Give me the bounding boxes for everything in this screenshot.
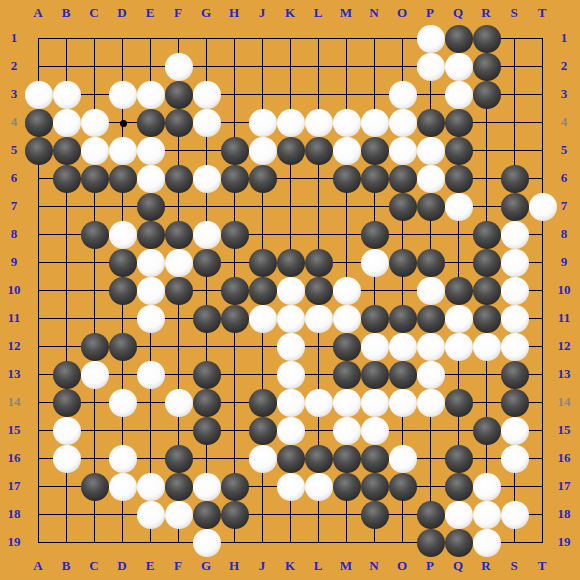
- column-label-bottom: G: [194, 558, 218, 574]
- row-label-left: 14: [2, 394, 26, 410]
- column-label-top: D: [110, 5, 134, 21]
- row-label-right: 5: [552, 142, 576, 158]
- column-label-bottom: D: [110, 558, 134, 574]
- stone-black[interactable]: [53, 361, 81, 389]
- stone-black[interactable]: [81, 333, 109, 361]
- row-label-right: 13: [552, 366, 576, 382]
- stone-black[interactable]: [277, 249, 305, 277]
- column-label-top: L: [306, 5, 330, 21]
- stone-black[interactable]: [221, 165, 249, 193]
- stone-white[interactable]: [501, 305, 529, 333]
- column-label-top: N: [362, 5, 386, 21]
- stone-black[interactable]: [277, 445, 305, 473]
- stone-white[interactable]: [361, 389, 389, 417]
- stone-white[interactable]: [277, 417, 305, 445]
- stone-black[interactable]: [221, 473, 249, 501]
- stone-black[interactable]: [249, 249, 277, 277]
- stone-black[interactable]: [445, 277, 473, 305]
- stone-white[interactable]: [53, 445, 81, 473]
- column-label-top: O: [390, 5, 414, 21]
- stone-white[interactable]: [445, 501, 473, 529]
- stone-black[interactable]: [361, 473, 389, 501]
- stone-white[interactable]: [277, 361, 305, 389]
- stone-white[interactable]: [445, 305, 473, 333]
- row-label-right: 2: [552, 58, 576, 74]
- column-label-top: T: [530, 5, 554, 21]
- stone-white[interactable]: [501, 501, 529, 529]
- stone-white[interactable]: [193, 221, 221, 249]
- column-label-bottom: C: [82, 558, 106, 574]
- row-label-right: 10: [552, 282, 576, 298]
- stone-black[interactable]: [137, 193, 165, 221]
- stone-black[interactable]: [417, 501, 445, 529]
- stone-white[interactable]: [193, 165, 221, 193]
- stone-black[interactable]: [249, 277, 277, 305]
- stone-white[interactable]: [305, 389, 333, 417]
- column-label-bottom: F: [166, 558, 190, 574]
- stone-white[interactable]: [501, 333, 529, 361]
- stone-black[interactable]: [389, 361, 417, 389]
- stone-black[interactable]: [473, 249, 501, 277]
- row-label-left: 9: [2, 254, 26, 270]
- stone-white[interactable]: [193, 81, 221, 109]
- stone-white[interactable]: [249, 137, 277, 165]
- stone-white[interactable]: [137, 501, 165, 529]
- stone-white[interactable]: [165, 249, 193, 277]
- stone-black[interactable]: [389, 165, 417, 193]
- stone-black[interactable]: [445, 529, 473, 557]
- stone-white[interactable]: [277, 277, 305, 305]
- stone-white[interactable]: [333, 305, 361, 333]
- stone-white[interactable]: [277, 305, 305, 333]
- row-label-left: 11: [2, 310, 26, 326]
- row-label-right: 17: [552, 478, 576, 494]
- row-label-right: 18: [552, 506, 576, 522]
- column-label-top: Q: [446, 5, 470, 21]
- row-label-left: 7: [2, 198, 26, 214]
- stone-black[interactable]: [165, 81, 193, 109]
- row-label-right: 11: [552, 310, 576, 326]
- column-label-bottom: A: [26, 558, 50, 574]
- stone-black[interactable]: [417, 305, 445, 333]
- stone-black[interactable]: [417, 529, 445, 557]
- stone-black[interactable]: [165, 165, 193, 193]
- stone-white[interactable]: [305, 473, 333, 501]
- row-label-right: 14: [552, 394, 576, 410]
- stone-black[interactable]: [249, 417, 277, 445]
- stone-black[interactable]: [417, 109, 445, 137]
- stone-white[interactable]: [137, 165, 165, 193]
- stone-black[interactable]: [445, 25, 473, 53]
- stone-white[interactable]: [193, 529, 221, 557]
- stone-black[interactable]: [193, 417, 221, 445]
- stone-white[interactable]: [249, 305, 277, 333]
- stone-black[interactable]: [305, 445, 333, 473]
- stone-white[interactable]: [249, 109, 277, 137]
- stone-black[interactable]: [445, 165, 473, 193]
- stone-black[interactable]: [109, 333, 137, 361]
- stone-black[interactable]: [361, 501, 389, 529]
- stone-white[interactable]: [417, 165, 445, 193]
- stone-black[interactable]: [137, 109, 165, 137]
- column-label-top: H: [222, 5, 246, 21]
- stone-black[interactable]: [221, 221, 249, 249]
- stone-black[interactable]: [165, 445, 193, 473]
- stone-black[interactable]: [193, 501, 221, 529]
- stone-black[interactable]: [81, 165, 109, 193]
- row-label-right: 6: [552, 170, 576, 186]
- stone-black[interactable]: [81, 473, 109, 501]
- stone-white[interactable]: [277, 473, 305, 501]
- stone-white[interactable]: [165, 389, 193, 417]
- stone-black[interactable]: [473, 53, 501, 81]
- stone-white[interactable]: [361, 333, 389, 361]
- column-label-top: B: [54, 5, 78, 21]
- stone-white[interactable]: [333, 277, 361, 305]
- stone-white[interactable]: [25, 81, 53, 109]
- row-label-left: 6: [2, 170, 26, 186]
- stone-white[interactable]: [417, 333, 445, 361]
- stone-white[interactable]: [81, 361, 109, 389]
- stone-white[interactable]: [473, 333, 501, 361]
- grid-vline: [542, 38, 543, 543]
- stone-black[interactable]: [165, 277, 193, 305]
- stone-black[interactable]: [165, 221, 193, 249]
- stone-black[interactable]: [445, 473, 473, 501]
- stone-black[interactable]: [305, 277, 333, 305]
- stone-black[interactable]: [473, 417, 501, 445]
- column-label-bottom: L: [306, 558, 330, 574]
- row-label-left: 1: [2, 30, 26, 46]
- column-label-top: J: [250, 5, 274, 21]
- stone-black[interactable]: [193, 305, 221, 333]
- stone-white[interactable]: [137, 249, 165, 277]
- stone-black[interactable]: [361, 165, 389, 193]
- stone-black[interactable]: [361, 305, 389, 333]
- stone-black[interactable]: [473, 277, 501, 305]
- stone-black[interactable]: [445, 109, 473, 137]
- stone-white[interactable]: [305, 305, 333, 333]
- stone-white[interactable]: [137, 473, 165, 501]
- row-label-left: 17: [2, 478, 26, 494]
- row-label-right: 9: [552, 254, 576, 270]
- stone-black[interactable]: [333, 473, 361, 501]
- stone-black[interactable]: [361, 137, 389, 165]
- row-label-left: 4: [2, 114, 26, 130]
- column-label-top: K: [278, 5, 302, 21]
- stone-white[interactable]: [445, 193, 473, 221]
- stone-black[interactable]: [361, 361, 389, 389]
- stone-white[interactable]: [501, 249, 529, 277]
- stone-black[interactable]: [501, 193, 529, 221]
- row-label-left: 2: [2, 58, 26, 74]
- stone-white[interactable]: [137, 305, 165, 333]
- stone-white[interactable]: [389, 333, 417, 361]
- stone-white[interactable]: [53, 109, 81, 137]
- stone-white[interactable]: [53, 81, 81, 109]
- stone-black[interactable]: [389, 193, 417, 221]
- stone-white[interactable]: [417, 277, 445, 305]
- hoshi-point: [120, 120, 127, 127]
- column-label-top: E: [138, 5, 162, 21]
- stone-black[interactable]: [25, 109, 53, 137]
- column-label-top: P: [418, 5, 442, 21]
- stone-white[interactable]: [501, 417, 529, 445]
- go-board: AABBCCDDEEFFGGHHJJKKLLMMNNOOPPQQRRSSTT11…: [0, 0, 580, 580]
- column-label-bottom: K: [278, 558, 302, 574]
- stone-black[interactable]: [305, 137, 333, 165]
- stone-black[interactable]: [193, 361, 221, 389]
- stone-white[interactable]: [361, 417, 389, 445]
- column-label-bottom: Q: [446, 558, 470, 574]
- column-label-top: C: [82, 5, 106, 21]
- stone-black[interactable]: [473, 305, 501, 333]
- stone-black[interactable]: [417, 249, 445, 277]
- column-label-bottom: J: [250, 558, 274, 574]
- stone-white[interactable]: [53, 417, 81, 445]
- stone-black[interactable]: [501, 389, 529, 417]
- column-label-bottom: H: [222, 558, 246, 574]
- stone-white[interactable]: [333, 417, 361, 445]
- stone-white[interactable]: [165, 501, 193, 529]
- stone-white[interactable]: [473, 501, 501, 529]
- stone-black[interactable]: [249, 389, 277, 417]
- stone-black[interactable]: [221, 305, 249, 333]
- stone-white[interactable]: [445, 81, 473, 109]
- stone-white[interactable]: [501, 277, 529, 305]
- stone-black[interactable]: [25, 137, 53, 165]
- stone-white[interactable]: [277, 109, 305, 137]
- stone-black[interactable]: [221, 277, 249, 305]
- row-label-right: 19: [552, 534, 576, 550]
- row-label-left: 12: [2, 338, 26, 354]
- row-label-left: 15: [2, 422, 26, 438]
- row-label-left: 5: [2, 142, 26, 158]
- stone-white[interactable]: [417, 25, 445, 53]
- stone-black[interactable]: [389, 305, 417, 333]
- column-label-top: F: [166, 5, 190, 21]
- column-label-bottom: M: [334, 558, 358, 574]
- row-label-left: 13: [2, 366, 26, 382]
- stone-white[interactable]: [305, 109, 333, 137]
- stone-white[interactable]: [109, 389, 137, 417]
- stone-black[interactable]: [389, 249, 417, 277]
- row-label-right: 8: [552, 226, 576, 242]
- column-label-bottom: T: [530, 558, 554, 574]
- row-label-left: 19: [2, 534, 26, 550]
- stone-black[interactable]: [333, 445, 361, 473]
- stone-white[interactable]: [109, 473, 137, 501]
- stone-black[interactable]: [53, 137, 81, 165]
- stone-white[interactable]: [193, 109, 221, 137]
- stone-white[interactable]: [361, 249, 389, 277]
- column-label-bottom: R: [474, 558, 498, 574]
- stone-white[interactable]: [333, 137, 361, 165]
- stone-black[interactable]: [249, 165, 277, 193]
- stone-white[interactable]: [417, 361, 445, 389]
- column-label-top: M: [334, 5, 358, 21]
- stone-white[interactable]: [81, 137, 109, 165]
- stone-white[interactable]: [109, 137, 137, 165]
- stone-black[interactable]: [333, 361, 361, 389]
- stone-black[interactable]: [137, 221, 165, 249]
- stone-black[interactable]: [109, 277, 137, 305]
- row-label-right: 1: [552, 30, 576, 46]
- stone-black[interactable]: [473, 25, 501, 53]
- stone-white[interactable]: [277, 389, 305, 417]
- column-label-top: A: [26, 5, 50, 21]
- stone-white[interactable]: [333, 389, 361, 417]
- stone-black[interactable]: [417, 193, 445, 221]
- stone-black[interactable]: [445, 389, 473, 417]
- column-label-bottom: B: [54, 558, 78, 574]
- stone-black[interactable]: [109, 165, 137, 193]
- stone-white[interactable]: [473, 473, 501, 501]
- stone-white[interactable]: [389, 109, 417, 137]
- column-label-bottom: S: [502, 558, 526, 574]
- stone-white[interactable]: [361, 109, 389, 137]
- stone-black[interactable]: [193, 389, 221, 417]
- stone-black[interactable]: [109, 249, 137, 277]
- stone-white[interactable]: [529, 193, 557, 221]
- stone-white[interactable]: [445, 53, 473, 81]
- stone-black[interactable]: [473, 81, 501, 109]
- stone-white[interactable]: [165, 53, 193, 81]
- stone-white[interactable]: [81, 109, 109, 137]
- column-label-bottom: O: [390, 558, 414, 574]
- stone-white[interactable]: [137, 361, 165, 389]
- stone-white[interactable]: [389, 445, 417, 473]
- column-label-top: R: [474, 5, 498, 21]
- stone-black[interactable]: [165, 473, 193, 501]
- stone-white[interactable]: [109, 81, 137, 109]
- column-label-top: G: [194, 5, 218, 21]
- row-label-left: 8: [2, 226, 26, 242]
- stone-black[interactable]: [445, 445, 473, 473]
- stone-black[interactable]: [389, 473, 417, 501]
- stone-black[interactable]: [221, 137, 249, 165]
- stone-black[interactable]: [221, 501, 249, 529]
- stone-white[interactable]: [109, 445, 137, 473]
- row-label-right: 3: [552, 86, 576, 102]
- stone-black[interactable]: [473, 221, 501, 249]
- stone-black[interactable]: [165, 109, 193, 137]
- stone-black[interactable]: [53, 165, 81, 193]
- stone-white[interactable]: [249, 445, 277, 473]
- column-label-bottom: P: [418, 558, 442, 574]
- column-label-bottom: E: [138, 558, 162, 574]
- stone-white[interactable]: [109, 221, 137, 249]
- stone-white[interactable]: [137, 137, 165, 165]
- stone-black[interactable]: [361, 445, 389, 473]
- stone-black[interactable]: [445, 137, 473, 165]
- stone-black[interactable]: [501, 361, 529, 389]
- stone-black[interactable]: [333, 165, 361, 193]
- row-label-right: 4: [552, 114, 576, 130]
- stone-white[interactable]: [473, 529, 501, 557]
- stone-white[interactable]: [389, 137, 417, 165]
- stone-white[interactable]: [333, 109, 361, 137]
- stone-white[interactable]: [137, 81, 165, 109]
- stone-black[interactable]: [81, 221, 109, 249]
- stone-black[interactable]: [277, 137, 305, 165]
- stone-black[interactable]: [193, 249, 221, 277]
- stone-white[interactable]: [417, 389, 445, 417]
- stone-black[interactable]: [305, 249, 333, 277]
- stone-white[interactable]: [417, 53, 445, 81]
- stone-white[interactable]: [389, 81, 417, 109]
- stone-white[interactable]: [389, 389, 417, 417]
- stone-black[interactable]: [501, 165, 529, 193]
- stone-white[interactable]: [417, 137, 445, 165]
- row-label-right: 15: [552, 422, 576, 438]
- row-label-left: 18: [2, 506, 26, 522]
- stone-white[interactable]: [137, 277, 165, 305]
- stone-white[interactable]: [501, 445, 529, 473]
- row-label-right: 12: [552, 338, 576, 354]
- stone-white[interactable]: [445, 333, 473, 361]
- stone-white[interactable]: [277, 333, 305, 361]
- row-label-left: 16: [2, 450, 26, 466]
- column-label-top: S: [502, 5, 526, 21]
- stone-white[interactable]: [501, 221, 529, 249]
- stone-black[interactable]: [361, 221, 389, 249]
- row-label-left: 3: [2, 86, 26, 102]
- stone-black[interactable]: [333, 333, 361, 361]
- column-label-bottom: N: [362, 558, 386, 574]
- row-label-right: 16: [552, 450, 576, 466]
- row-label-left: 10: [2, 282, 26, 298]
- stone-black[interactable]: [53, 389, 81, 417]
- stone-white[interactable]: [193, 473, 221, 501]
